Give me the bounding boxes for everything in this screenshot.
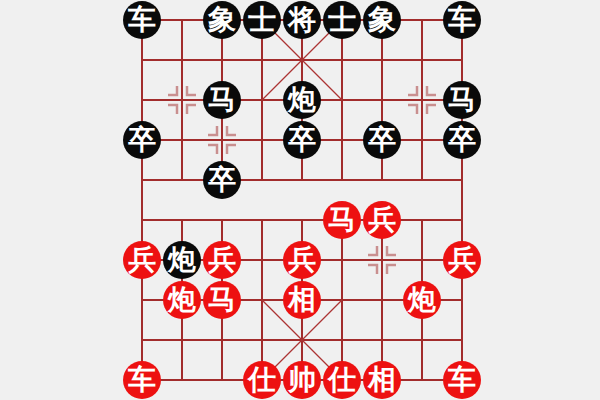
piece-red-pawn[interactable]: 兵 <box>363 201 401 239</box>
piece-black-advisor[interactable]: 士 <box>243 1 281 39</box>
piece-black-advisor[interactable]: 士 <box>323 1 361 39</box>
piece-red-pawn[interactable]: 兵 <box>123 241 161 279</box>
piece-red-chariot[interactable]: 车 <box>443 361 481 399</box>
piece-red-cannon[interactable]: 炮 <box>163 281 201 319</box>
piece-red-pawn[interactable]: 兵 <box>203 241 241 279</box>
piece-black-elephant[interactable]: 象 <box>203 1 241 39</box>
piece-red-elephant[interactable]: 相 <box>283 281 321 319</box>
piece-black-chariot[interactable]: 车 <box>443 1 481 39</box>
piece-black-horse[interactable]: 马 <box>443 81 481 119</box>
xiangqi-board[interactable]: 车象士将士象车马炮马卒卒卒卒卒炮马兵兵兵兵兵炮马相炮车仕帅仕相车 <box>0 0 600 400</box>
piece-black-horse[interactable]: 马 <box>203 81 241 119</box>
piece-red-advisor[interactable]: 仕 <box>323 361 361 399</box>
piece-red-elephant[interactable]: 相 <box>363 361 401 399</box>
piece-black-pawn[interactable]: 卒 <box>123 121 161 159</box>
piece-red-chariot[interactable]: 车 <box>123 361 161 399</box>
piece-red-cannon[interactable]: 炮 <box>403 281 441 319</box>
piece-red-horse[interactable]: 马 <box>323 201 361 239</box>
piece-red-pawn[interactable]: 兵 <box>283 241 321 279</box>
piece-red-advisor[interactable]: 仕 <box>243 361 281 399</box>
pieces-layer: 车象士将士象车马炮马卒卒卒卒卒炮马兵兵兵兵兵炮马相炮车仕帅仕相车 <box>0 0 600 400</box>
piece-black-cannon[interactable]: 炮 <box>163 241 201 279</box>
piece-red-king[interactable]: 帅 <box>283 361 321 399</box>
piece-black-pawn[interactable]: 卒 <box>443 121 481 159</box>
piece-red-horse[interactable]: 马 <box>203 281 241 319</box>
piece-black-pawn[interactable]: 卒 <box>283 121 321 159</box>
piece-red-pawn[interactable]: 兵 <box>443 241 481 279</box>
piece-black-pawn[interactable]: 卒 <box>363 121 401 159</box>
piece-black-pawn[interactable]: 卒 <box>203 161 241 199</box>
piece-black-elephant[interactable]: 象 <box>363 1 401 39</box>
piece-black-chariot[interactable]: 车 <box>123 1 161 39</box>
piece-black-cannon[interactable]: 炮 <box>283 81 321 119</box>
piece-black-general[interactable]: 将 <box>283 1 321 39</box>
